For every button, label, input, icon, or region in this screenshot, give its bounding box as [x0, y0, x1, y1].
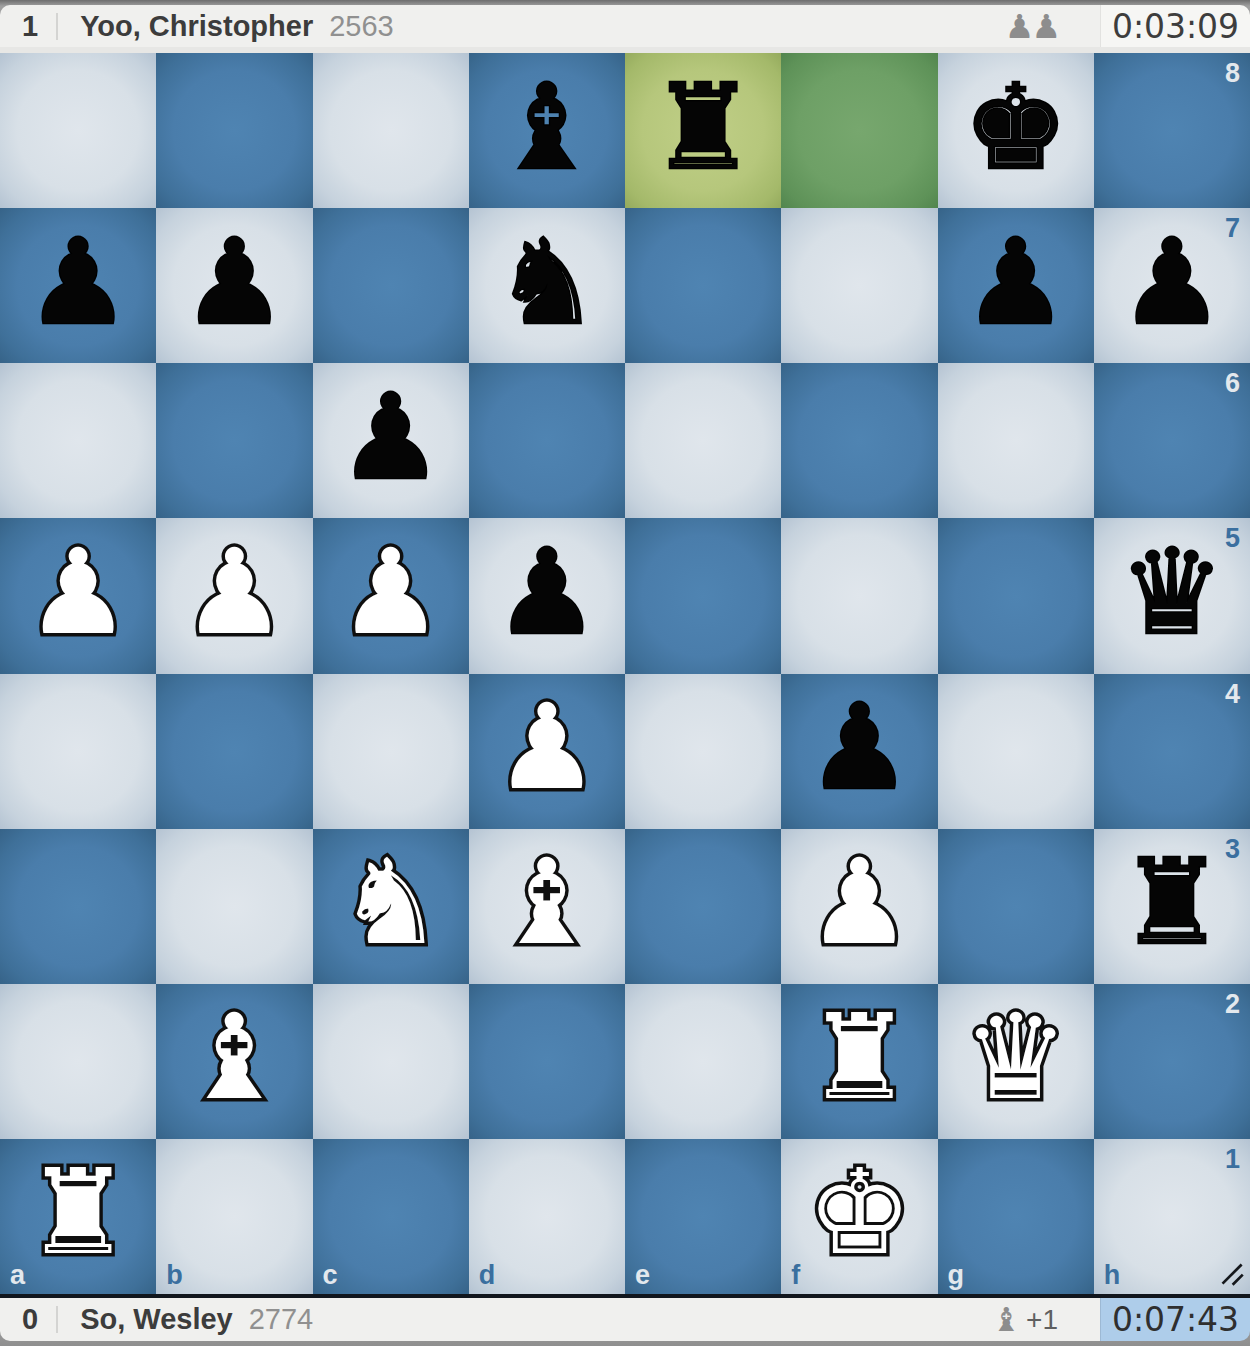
top-player-panel: 1 Yoo, Christopher 2563 ♟♟	[0, 5, 1100, 47]
file-label-c: c	[323, 1262, 338, 1289]
bottom-player-bar: 0 So, Wesley 2774 ♝+1 0:07:43	[0, 1298, 1250, 1346]
file-label-g: g	[948, 1262, 965, 1289]
bottom-player-name: So, Wesley	[80, 1303, 233, 1336]
square-h5[interactable]: 5♛	[1094, 518, 1250, 673]
square-h6[interactable]: 6	[1094, 363, 1250, 518]
square-e7[interactable]	[625, 208, 781, 363]
white-bishop[interactable]: ♝	[494, 843, 600, 961]
square-h4[interactable]: 4	[1094, 674, 1250, 829]
top-player-score: 1	[0, 10, 38, 43]
square-g8[interactable]: ♚	[938, 53, 1094, 208]
square-c6[interactable]: ♟	[313, 363, 469, 518]
square-e2[interactable]	[625, 984, 781, 1139]
chess-game-viewer: 1 Yoo, Christopher 2563 ♟♟ 0:03:09 ♝♜♚8♟…	[0, 0, 1250, 1346]
white-rook[interactable]: ♜	[806, 998, 912, 1116]
file-label-a: a	[10, 1262, 25, 1289]
square-c1[interactable]: c	[313, 1139, 469, 1294]
white-pawn[interactable]: ♟	[806, 843, 912, 961]
top-player-rating: 2563	[329, 10, 394, 43]
square-h2[interactable]: 2	[1094, 984, 1250, 1139]
square-e3[interactable]	[625, 829, 781, 984]
rank-label-5: 5	[1225, 525, 1240, 552]
black-rook[interactable]: ♜	[1119, 843, 1225, 961]
square-d4[interactable]: ♟	[469, 674, 625, 829]
top-player-clock: 0:03:09	[1100, 5, 1250, 47]
square-d2[interactable]	[469, 984, 625, 1139]
square-e8[interactable]: ♜	[625, 53, 781, 208]
bottom-player-score: 0	[0, 1303, 38, 1336]
square-g7[interactable]: ♟	[938, 208, 1094, 363]
square-h8[interactable]: 8	[1094, 53, 1250, 208]
square-f1[interactable]: f♚	[781, 1139, 937, 1294]
square-b4[interactable]	[156, 674, 312, 829]
bottom-material-advantage: ♝+1	[991, 1303, 1058, 1336]
pawn-icon: ♟	[1031, 10, 1058, 43]
square-g2[interactable]: ♛	[938, 984, 1094, 1139]
white-pawn[interactable]: ♟	[494, 688, 600, 806]
material-advantage-text: +1	[1026, 1304, 1058, 1336]
square-a7[interactable]: ♟	[0, 208, 156, 363]
black-queen[interactable]: ♛	[1119, 533, 1225, 651]
black-bishop[interactable]: ♝	[494, 68, 600, 186]
square-f5[interactable]	[781, 518, 937, 673]
rank-label-3: 3	[1225, 836, 1240, 863]
black-pawn[interactable]: ♟	[25, 223, 131, 341]
black-pawn[interactable]: ♟	[1119, 223, 1225, 341]
black-king[interactable]: ♚	[963, 68, 1069, 186]
square-c2[interactable]	[313, 984, 469, 1139]
divider	[56, 13, 58, 40]
file-label-d: d	[479, 1262, 496, 1289]
square-a5[interactable]: ♟	[0, 518, 156, 673]
square-f2[interactable]: ♜	[781, 984, 937, 1139]
square-g1[interactable]: g	[938, 1139, 1094, 1294]
file-label-e: e	[635, 1262, 650, 1289]
chess-board: ♝♜♚8♟♟♞♟7♟♟6♟♟♟♟5♛♟♟4♞♝♟3♜♝♜♛2a♜bcdef♚g1…	[0, 47, 1250, 1298]
square-b5[interactable]: ♟	[156, 518, 312, 673]
square-e1[interactable]: e	[625, 1139, 781, 1294]
bottom-player-panel: 0 So, Wesley 2774 ♝+1	[0, 1298, 1100, 1341]
white-pawn[interactable]: ♟	[181, 533, 287, 651]
top-player-name: Yoo, Christopher	[80, 10, 313, 43]
square-c4[interactable]	[313, 674, 469, 829]
top-player-bar: 1 Yoo, Christopher 2563 ♟♟ 0:03:09	[0, 0, 1250, 47]
square-b6[interactable]	[156, 363, 312, 518]
file-label-f: f	[791, 1262, 800, 1289]
square-a3[interactable]	[0, 829, 156, 984]
square-f6[interactable]	[781, 363, 937, 518]
square-a6[interactable]	[0, 363, 156, 518]
bottom-player-clock: 0:07:43	[1100, 1298, 1250, 1341]
white-pawn[interactable]: ♟	[338, 533, 444, 651]
square-d8[interactable]: ♝	[469, 53, 625, 208]
top-material-advantage: ♟♟	[1005, 10, 1058, 43]
square-e5[interactable]	[625, 518, 781, 673]
black-pawn[interactable]: ♟	[338, 378, 444, 496]
white-rook[interactable]: ♜	[25, 1153, 131, 1271]
rank-label-6: 6	[1225, 370, 1240, 397]
white-knight[interactable]: ♞	[338, 843, 444, 961]
square-a1[interactable]: a♜	[0, 1139, 156, 1294]
white-pawn[interactable]: ♟	[25, 533, 131, 651]
square-f7[interactable]	[781, 208, 937, 363]
pawn-icon: ♟	[1005, 10, 1032, 43]
square-b1[interactable]: b	[156, 1139, 312, 1294]
square-d1[interactable]: d	[469, 1139, 625, 1294]
divider	[56, 1306, 58, 1333]
square-f8[interactable]	[781, 53, 937, 208]
square-d6[interactable]	[469, 363, 625, 518]
file-label-b: b	[166, 1262, 183, 1289]
bishop-icon: ♝	[991, 1303, 1018, 1336]
board-resize-handle-icon[interactable]	[1218, 1260, 1245, 1287]
black-pawn[interactable]: ♟	[806, 688, 912, 806]
black-rook[interactable]: ♜	[650, 68, 756, 186]
black-pawn[interactable]: ♟	[181, 223, 287, 341]
white-bishop[interactable]: ♝	[181, 998, 287, 1116]
bottom-player-rating: 2774	[249, 1303, 314, 1336]
square-g6[interactable]	[938, 363, 1094, 518]
square-h7[interactable]: 7♟	[1094, 208, 1250, 363]
square-a8[interactable]	[0, 53, 156, 208]
rank-label-4: 4	[1225, 681, 1240, 708]
square-g4[interactable]	[938, 674, 1094, 829]
square-d3[interactable]: ♝	[469, 829, 625, 984]
square-b2[interactable]: ♝	[156, 984, 312, 1139]
square-c3[interactable]: ♞	[313, 829, 469, 984]
square-c8[interactable]	[313, 53, 469, 208]
black-pawn[interactable]: ♟	[963, 223, 1069, 341]
square-c5[interactable]: ♟	[313, 518, 469, 673]
white-queen[interactable]: ♛	[963, 998, 1069, 1116]
rank-label-1: 1	[1225, 1146, 1240, 1173]
square-d5[interactable]: ♟	[469, 518, 625, 673]
file-label-h: h	[1104, 1262, 1121, 1289]
rank-label-7: 7	[1225, 215, 1240, 242]
square-a4[interactable]	[0, 674, 156, 829]
square-e6[interactable]	[625, 363, 781, 518]
square-g3[interactable]	[938, 829, 1094, 984]
square-b7[interactable]: ♟	[156, 208, 312, 363]
square-f4[interactable]: ♟	[781, 674, 937, 829]
white-king[interactable]: ♚	[806, 1153, 912, 1271]
square-c7[interactable]	[313, 208, 469, 363]
rank-label-2: 2	[1225, 991, 1240, 1018]
square-e4[interactable]	[625, 674, 781, 829]
square-g5[interactable]	[938, 518, 1094, 673]
square-b3[interactable]	[156, 829, 312, 984]
square-d7[interactable]: ♞	[469, 208, 625, 363]
square-a2[interactable]	[0, 984, 156, 1139]
square-h3[interactable]: 3♜	[1094, 829, 1250, 984]
black-knight[interactable]: ♞	[494, 223, 600, 341]
square-b8[interactable]	[156, 53, 312, 208]
rank-label-8: 8	[1225, 60, 1240, 87]
square-f3[interactable]: ♟	[781, 829, 937, 984]
black-pawn[interactable]: ♟	[494, 533, 600, 651]
